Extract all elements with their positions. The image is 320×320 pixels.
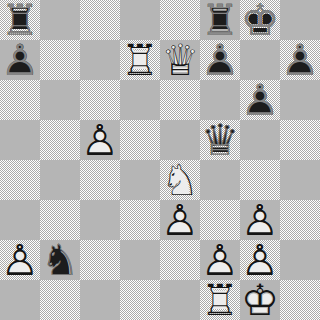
square-d7[interactable]: ♜♖ xyxy=(120,40,160,80)
white-pawn-body-glyph: ♟ xyxy=(0,240,40,280)
square-d8[interactable] xyxy=(120,0,160,40)
white-pawn-outline-glyph: ♙ xyxy=(80,120,120,160)
square-a5[interactable] xyxy=(0,120,40,160)
square-g7[interactable] xyxy=(240,40,280,80)
black-king-body-glyph: ♚ xyxy=(240,0,280,40)
piece-black-rook[interactable]: ♜♖ xyxy=(0,0,40,40)
square-h1[interactable] xyxy=(280,280,320,320)
square-g2[interactable]: ♟♙ xyxy=(240,240,280,280)
black-pawn-outline-glyph: ♙ xyxy=(200,40,240,80)
square-f2[interactable]: ♟♙ xyxy=(200,240,240,280)
square-g1[interactable]: ♚♔ xyxy=(240,280,280,320)
square-b7[interactable] xyxy=(40,40,80,80)
piece-white-knight[interactable]: ♞♘ xyxy=(160,160,200,200)
square-c8[interactable] xyxy=(80,0,120,40)
chess-app-window: ♜♖♜♖♚♔♟♙♜♖♛♕♟♙♟♙♟♙♟♙♛♕♞♘♟♙♟♙♟♙♞♘♟♙♟♙♜♖♚♔ xyxy=(0,0,320,320)
white-pawn-body-glyph: ♟ xyxy=(240,240,280,280)
white-queen-body-glyph: ♛ xyxy=(160,40,200,80)
square-c6[interactable] xyxy=(80,80,120,120)
white-pawn-body-glyph: ♟ xyxy=(80,120,120,160)
white-pawn-outline-glyph: ♙ xyxy=(240,200,280,240)
piece-white-pawn[interactable]: ♟♙ xyxy=(160,200,200,240)
black-pawn-body-glyph: ♟ xyxy=(0,40,40,80)
piece-white-rook[interactable]: ♜♖ xyxy=(120,40,160,80)
square-a1[interactable] xyxy=(0,280,40,320)
square-h5[interactable] xyxy=(280,120,320,160)
square-c4[interactable] xyxy=(80,160,120,200)
black-pawn-body-glyph: ♟ xyxy=(200,40,240,80)
square-b2[interactable]: ♞♘ xyxy=(40,240,80,280)
square-h4[interactable] xyxy=(280,160,320,200)
white-queen-outline-glyph: ♕ xyxy=(160,40,200,80)
piece-white-pawn[interactable]: ♟♙ xyxy=(200,240,240,280)
white-pawn-body-glyph: ♟ xyxy=(240,200,280,240)
white-rook-outline-glyph: ♖ xyxy=(200,280,240,320)
square-f6[interactable] xyxy=(200,80,240,120)
piece-black-pawn[interactable]: ♟♙ xyxy=(240,80,280,120)
piece-white-rook[interactable]: ♜♖ xyxy=(200,280,240,320)
white-rook-body-glyph: ♜ xyxy=(120,40,160,80)
square-a4[interactable] xyxy=(0,160,40,200)
square-d6[interactable] xyxy=(120,80,160,120)
black-rook-body-glyph: ♜ xyxy=(0,0,40,40)
piece-black-king[interactable]: ♚♔ xyxy=(240,0,280,40)
white-pawn-outline-glyph: ♙ xyxy=(160,200,200,240)
square-c3[interactable] xyxy=(80,200,120,240)
square-g8[interactable]: ♚♔ xyxy=(240,0,280,40)
square-e8[interactable] xyxy=(160,0,200,40)
square-b8[interactable] xyxy=(40,0,80,40)
white-pawn-outline-glyph: ♙ xyxy=(200,240,240,280)
black-knight-body-glyph: ♞ xyxy=(40,240,80,280)
piece-white-pawn[interactable]: ♟♙ xyxy=(80,120,120,160)
square-e7[interactable]: ♛♕ xyxy=(160,40,200,80)
black-pawn-outline-glyph: ♙ xyxy=(280,40,320,80)
square-h2[interactable] xyxy=(280,240,320,280)
chess-board: ♜♖♜♖♚♔♟♙♜♖♛♕♟♙♟♙♟♙♟♙♛♕♞♘♟♙♟♙♟♙♞♘♟♙♟♙♜♖♚♔ xyxy=(0,0,320,320)
square-c7[interactable] xyxy=(80,40,120,80)
square-g6[interactable]: ♟♙ xyxy=(240,80,280,120)
white-knight-outline-glyph: ♘ xyxy=(160,160,200,200)
square-g4[interactable] xyxy=(240,160,280,200)
square-d2[interactable] xyxy=(120,240,160,280)
square-c2[interactable] xyxy=(80,240,120,280)
square-e3[interactable]: ♟♙ xyxy=(160,200,200,240)
square-f5[interactable]: ♛♕ xyxy=(200,120,240,160)
square-a8[interactable]: ♜♖ xyxy=(0,0,40,40)
square-h6[interactable] xyxy=(280,80,320,120)
piece-black-pawn[interactable]: ♟♙ xyxy=(200,40,240,80)
piece-white-queen[interactable]: ♛♕ xyxy=(160,40,200,80)
black-king-outline-glyph: ♔ xyxy=(240,0,280,40)
square-b4[interactable] xyxy=(40,160,80,200)
white-pawn-body-glyph: ♟ xyxy=(200,240,240,280)
piece-black-knight[interactable]: ♞♘ xyxy=(40,240,80,280)
square-c5[interactable]: ♟♙ xyxy=(80,120,120,160)
black-pawn-outline-glyph: ♙ xyxy=(240,80,280,120)
square-a6[interactable] xyxy=(0,80,40,120)
white-pawn-outline-glyph: ♙ xyxy=(240,240,280,280)
square-f7[interactable]: ♟♙ xyxy=(200,40,240,80)
square-f1[interactable]: ♜♖ xyxy=(200,280,240,320)
square-d5[interactable] xyxy=(120,120,160,160)
square-b3[interactable] xyxy=(40,200,80,240)
black-pawn-outline-glyph: ♙ xyxy=(0,40,40,80)
white-rook-body-glyph: ♜ xyxy=(200,280,240,320)
square-b6[interactable] xyxy=(40,80,80,120)
square-d3[interactable] xyxy=(120,200,160,240)
black-queen-outline-glyph: ♕ xyxy=(200,120,240,160)
white-pawn-outline-glyph: ♙ xyxy=(0,240,40,280)
piece-black-rook[interactable]: ♜♖ xyxy=(200,0,240,40)
black-knight-outline-glyph: ♘ xyxy=(40,240,80,280)
square-h7[interactable]: ♟♙ xyxy=(280,40,320,80)
white-rook-outline-glyph: ♖ xyxy=(120,40,160,80)
square-e2[interactable] xyxy=(160,240,200,280)
square-e1[interactable] xyxy=(160,280,200,320)
square-f8[interactable]: ♜♖ xyxy=(200,0,240,40)
square-b5[interactable] xyxy=(40,120,80,160)
square-c1[interactable] xyxy=(80,280,120,320)
white-pawn-body-glyph: ♟ xyxy=(160,200,200,240)
piece-black-queen[interactable]: ♛♕ xyxy=(200,120,240,160)
square-h8[interactable] xyxy=(280,0,320,40)
square-g5[interactable] xyxy=(240,120,280,160)
white-king-outline-glyph: ♔ xyxy=(240,280,280,320)
square-a3[interactable] xyxy=(0,200,40,240)
piece-black-pawn[interactable]: ♟♙ xyxy=(280,40,320,80)
white-king-body-glyph: ♚ xyxy=(240,280,280,320)
square-g3[interactable]: ♟♙ xyxy=(240,200,280,240)
square-b1[interactable] xyxy=(40,280,80,320)
square-a2[interactable]: ♟♙ xyxy=(0,240,40,280)
square-a7[interactable]: ♟♙ xyxy=(0,40,40,80)
black-pawn-body-glyph: ♟ xyxy=(240,80,280,120)
square-e4[interactable]: ♞♘ xyxy=(160,160,200,200)
square-d4[interactable] xyxy=(120,160,160,200)
black-rook-outline-glyph: ♖ xyxy=(200,0,240,40)
piece-black-pawn[interactable]: ♟♙ xyxy=(0,40,40,80)
black-rook-body-glyph: ♜ xyxy=(200,0,240,40)
black-rook-outline-glyph: ♖ xyxy=(0,0,40,40)
piece-white-king[interactable]: ♚♔ xyxy=(240,280,280,320)
square-h3[interactable] xyxy=(280,200,320,240)
piece-white-pawn[interactable]: ♟♙ xyxy=(240,200,280,240)
square-f3[interactable] xyxy=(200,200,240,240)
piece-white-pawn[interactable]: ♟♙ xyxy=(240,240,280,280)
square-e6[interactable] xyxy=(160,80,200,120)
black-pawn-body-glyph: ♟ xyxy=(280,40,320,80)
black-queen-body-glyph: ♛ xyxy=(200,120,240,160)
white-knight-body-glyph: ♞ xyxy=(160,160,200,200)
square-d1[interactable] xyxy=(120,280,160,320)
square-f4[interactable] xyxy=(200,160,240,200)
piece-white-pawn[interactable]: ♟♙ xyxy=(0,240,40,280)
square-e5[interactable] xyxy=(160,120,200,160)
